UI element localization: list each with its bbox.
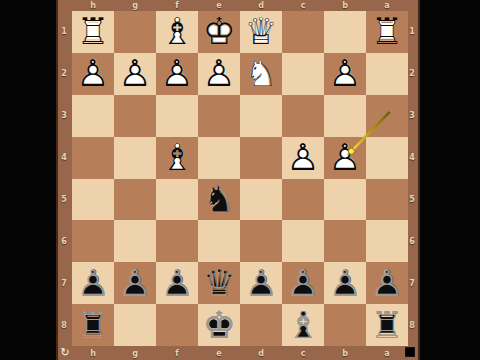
file-label-e: e [198, 0, 240, 11]
white-queen-d1[interactable]: ♛♕ [240, 11, 282, 53]
square-b6[interactable] [324, 220, 366, 262]
square-d2[interactable]: ♞♘ [240, 53, 282, 95]
file-label-f: f [156, 346, 198, 360]
file-label-c: c [282, 0, 324, 11]
square-h7[interactable]: ♟♙ [72, 262, 114, 304]
file-label-h: h [72, 346, 114, 360]
square-d5[interactable] [240, 179, 282, 221]
white-pawn-f2[interactable]: ♟♙ [156, 53, 198, 95]
file-label-b: b [324, 0, 366, 11]
file-label-a: a [366, 346, 408, 360]
square-g8[interactable] [114, 304, 156, 346]
square-b4[interactable]: ♟♙ [324, 137, 366, 179]
square-f4[interactable]: ♝♗ [156, 137, 198, 179]
file-label-h: h [72, 0, 114, 11]
piece-outline: ♖ [366, 11, 408, 53]
square-d4[interactable] [240, 137, 282, 179]
square-e7[interactable]: ♛♕ [198, 262, 240, 304]
square-d7[interactable]: ♟♙ [240, 262, 282, 304]
piece-outline: ♕ [240, 11, 282, 53]
piece-outline: ♘ [240, 53, 282, 95]
square-f7[interactable]: ♟♙ [156, 262, 198, 304]
piece-outline: ♗ [282, 304, 324, 346]
piece-outline: ♙ [324, 262, 366, 304]
white-bishop-f4[interactable]: ♝♗ [156, 137, 198, 179]
rank-label-4: 4 [58, 137, 70, 179]
piece-outline: ♙ [198, 53, 240, 95]
file-label-e: e [198, 346, 240, 360]
square-c2[interactable] [282, 53, 324, 95]
square-g7[interactable]: ♟♙ [114, 262, 156, 304]
piece-outline: ♙ [282, 262, 324, 304]
rank-label-2: 2 [58, 53, 70, 95]
rank-label-8: 8 [58, 304, 70, 346]
black-pawn-c7[interactable]: ♟♙ [282, 262, 324, 304]
rank-label-1: 1 [58, 11, 70, 53]
file-labels-top: hgfedcba [72, 0, 408, 11]
square-a1[interactable]: ♜♖ [366, 11, 408, 53]
file-label-d: d [240, 0, 282, 11]
black-rook-h8[interactable]: ♜♖ [72, 304, 114, 346]
square-b8[interactable] [324, 304, 366, 346]
square-h4[interactable] [72, 137, 114, 179]
piece-outline: ♙ [114, 53, 156, 95]
square-c3[interactable] [282, 95, 324, 137]
square-e6[interactable] [198, 220, 240, 262]
black-pawn-b7[interactable]: ♟♙ [324, 262, 366, 304]
square-c5[interactable] [282, 179, 324, 221]
white-king-e1[interactable]: ♚♔ [198, 11, 240, 53]
square-g4[interactable] [114, 137, 156, 179]
square-d6[interactable] [240, 220, 282, 262]
piece-outline: ♖ [366, 304, 408, 346]
file-label-c: c [282, 346, 324, 360]
file-label-b: b [324, 346, 366, 360]
piece-outline: ♔ [198, 11, 240, 53]
white-pawn-h2[interactable]: ♟♙ [72, 53, 114, 95]
black-pawn-g7[interactable]: ♟♙ [114, 262, 156, 304]
square-d3[interactable] [240, 95, 282, 137]
white-pawn-c4[interactable]: ♟♙ [282, 137, 324, 179]
square-h1[interactable]: ♜♖ [72, 11, 114, 53]
square-b3[interactable] [324, 95, 366, 137]
square-f6[interactable] [156, 220, 198, 262]
square-g2[interactable]: ♟♙ [114, 53, 156, 95]
piece-outline: ♙ [366, 262, 408, 304]
square-f1[interactable]: ♝♗ [156, 11, 198, 53]
square-d1[interactable]: ♛♕ [240, 11, 282, 53]
chess-board[interactable]: ♜♖♝♗♚♔♛♕♜♖♟♙♟♙♟♙♟♙♞♘♟♙♝♗♟♙♟♙♞♘♟♙♟♙♟♙♛♕♟♙… [72, 11, 408, 346]
black-pawn-h7[interactable]: ♟♙ [72, 262, 114, 304]
square-c1[interactable] [282, 11, 324, 53]
piece-outline: ♗ [156, 137, 198, 179]
square-e8[interactable]: ♚♔ [198, 304, 240, 346]
square-e2[interactable]: ♟♙ [198, 53, 240, 95]
file-label-g: g [114, 346, 156, 360]
piece-outline: ♙ [72, 262, 114, 304]
square-h5[interactable] [72, 179, 114, 221]
square-d8[interactable] [240, 304, 282, 346]
square-h3[interactable] [72, 95, 114, 137]
square-g1[interactable] [114, 11, 156, 53]
chess-board-frame: hgfedcba hgfedcba 12345678 12345678 ♜♖♝♗… [56, 0, 420, 360]
square-f8[interactable] [156, 304, 198, 346]
square-g3[interactable] [114, 95, 156, 137]
piece-outline: ♗ [156, 11, 198, 53]
square-c7[interactable]: ♟♙ [282, 262, 324, 304]
piece-outline: ♙ [156, 53, 198, 95]
square-b1[interactable] [324, 11, 366, 53]
piece-outline: ♔ [198, 304, 240, 346]
rank-label-7: 7 [58, 262, 70, 304]
piece-outline: ♖ [72, 11, 114, 53]
white-knight-d2[interactable]: ♞♘ [240, 53, 282, 95]
black-knight-e5[interactable]: ♞♘ [198, 179, 240, 221]
square-c4[interactable]: ♟♙ [282, 137, 324, 179]
square-f3[interactable] [156, 95, 198, 137]
rank-label-6: 6 [58, 220, 70, 262]
square-f2[interactable]: ♟♙ [156, 53, 198, 95]
piece-outline: ♙ [240, 262, 282, 304]
black-pawn-a7[interactable]: ♟♙ [366, 262, 408, 304]
piece-outline: ♘ [198, 179, 240, 221]
piece-outline: ♕ [198, 262, 240, 304]
piece-outline: ♙ [156, 262, 198, 304]
black-rook-a8[interactable]: ♜♖ [366, 304, 408, 346]
square-f5[interactable] [156, 179, 198, 221]
file-label-a: a [366, 0, 408, 11]
flip-board-icon[interactable]: ↻ [59, 347, 71, 359]
piece-outline: ♙ [114, 262, 156, 304]
black-queen-e7[interactable]: ♛♕ [198, 262, 240, 304]
square-a4[interactable] [366, 137, 408, 179]
file-label-f: f [156, 0, 198, 11]
turn-indicator-black-to-move [405, 347, 415, 357]
file-labels-bottom: hgfedcba [72, 346, 408, 360]
file-label-d: d [240, 346, 282, 360]
square-c6[interactable] [282, 220, 324, 262]
square-e1[interactable]: ♚♔ [198, 11, 240, 53]
black-pawn-f7[interactable]: ♟♙ [156, 262, 198, 304]
piece-outline: ♙ [72, 53, 114, 95]
square-h8[interactable]: ♜♖ [72, 304, 114, 346]
square-h6[interactable] [72, 220, 114, 262]
rank-labels-left: 12345678 [58, 11, 70, 346]
white-rook-h1[interactable]: ♜♖ [72, 11, 114, 53]
white-pawn-e2[interactable]: ♟♙ [198, 53, 240, 95]
square-b2[interactable]: ♟♙ [324, 53, 366, 95]
square-g5[interactable] [114, 179, 156, 221]
square-a5[interactable] [366, 179, 408, 221]
square-a3[interactable] [366, 95, 408, 137]
square-g6[interactable] [114, 220, 156, 262]
square-a8[interactable]: ♜♖ [366, 304, 408, 346]
square-b7[interactable]: ♟♙ [324, 262, 366, 304]
piece-outline: ♙ [324, 53, 366, 95]
square-e4[interactable] [198, 137, 240, 179]
piece-outline: ♙ [324, 137, 366, 179]
piece-outline: ♙ [282, 137, 324, 179]
square-b5[interactable] [324, 179, 366, 221]
rank-label-5: 5 [58, 179, 70, 221]
file-label-g: g [114, 0, 156, 11]
piece-outline: ♖ [72, 304, 114, 346]
square-a7[interactable]: ♟♙ [366, 262, 408, 304]
square-a6[interactable] [366, 220, 408, 262]
white-pawn-b4[interactable]: ♟♙ [324, 137, 366, 179]
black-pawn-d7[interactable]: ♟♙ [240, 262, 282, 304]
white-rook-a1[interactable]: ♜♖ [366, 11, 408, 53]
black-king-e8[interactable]: ♚♔ [198, 304, 240, 346]
white-pawn-b2[interactable]: ♟♙ [324, 53, 366, 95]
black-bishop-c8[interactable]: ♝♗ [282, 304, 324, 346]
square-h2[interactable]: ♟♙ [72, 53, 114, 95]
white-pawn-g2[interactable]: ♟♙ [114, 53, 156, 95]
video-frame: hgfedcba hgfedcba 12345678 12345678 ♜♖♝♗… [0, 0, 480, 360]
rank-label-3: 3 [58, 95, 70, 137]
square-a2[interactable] [366, 53, 408, 95]
white-bishop-f1[interactable]: ♝♗ [156, 11, 198, 53]
square-e5[interactable]: ♞♘ [198, 179, 240, 221]
square-e3[interactable] [198, 95, 240, 137]
square-c8[interactable]: ♝♗ [282, 304, 324, 346]
